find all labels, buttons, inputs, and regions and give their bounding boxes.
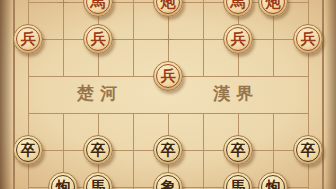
piece-character: 兵	[231, 31, 246, 46]
file-line	[203, 113, 204, 189]
piece-character: 卒	[161, 142, 176, 157]
piece-black-soldier[interactable]: 卒	[153, 135, 183, 165]
piece-character: 炮	[266, 0, 281, 9]
piece-character: 炮	[266, 179, 281, 189]
piece-character: 炮	[56, 179, 71, 189]
piece-character: 卒	[231, 142, 246, 157]
position-marker	[164, 35, 173, 44]
piece-red-cannon[interactable]: 炮	[258, 0, 288, 17]
position-marker	[59, 0, 68, 7]
piece-red-cannon[interactable]: 炮	[153, 0, 183, 17]
file-line	[133, 0, 134, 76]
piece-character: 馬	[231, 179, 246, 189]
piece-character: 炮	[161, 0, 176, 9]
xiangqi-board: 楚河 漢界 馬炮馬炮兵兵兵兵兵卒卒卒卒卒炮馬象馬炮	[0, 0, 336, 189]
piece-character: 卒	[301, 142, 316, 157]
file-line	[133, 113, 134, 189]
piece-character: 卒	[21, 142, 36, 157]
piece-red-soldier[interactable]: 兵	[223, 24, 253, 54]
piece-character: 兵	[21, 31, 36, 46]
piece-red-soldier[interactable]: 兵	[13, 24, 43, 54]
piece-character: 兵	[91, 31, 106, 46]
piece-black-cannon[interactable]: 炮	[48, 172, 78, 189]
piece-character: 兵	[301, 31, 316, 46]
piece-black-soldier[interactable]: 卒	[83, 135, 113, 165]
piece-black-cannon[interactable]: 炮	[258, 172, 288, 189]
file-line	[203, 0, 204, 76]
piece-red-soldier[interactable]: 兵	[83, 24, 113, 54]
river-label-left: 楚河	[68, 83, 132, 103]
board-border-right	[322, 0, 324, 189]
piece-character: 卒	[91, 142, 106, 157]
piece-black-horse[interactable]: 馬	[223, 172, 253, 189]
piece-black-elephant[interactable]: 象	[153, 172, 183, 189]
board-border-left	[13, 0, 15, 189]
piece-red-soldier[interactable]: 兵	[293, 24, 323, 54]
piece-black-soldier[interactable]: 卒	[223, 135, 253, 165]
piece-character: 馬	[91, 179, 106, 189]
river-label-right: 漢界	[204, 83, 268, 103]
piece-red-horse[interactable]: 馬	[223, 0, 253, 17]
piece-character: 馬	[231, 0, 246, 9]
piece-black-soldier[interactable]: 卒	[13, 135, 43, 165]
piece-character: 馬	[91, 0, 106, 9]
piece-character: 象	[161, 179, 176, 189]
piece-black-horse[interactable]: 馬	[83, 172, 113, 189]
piece-red-soldier[interactable]: 兵	[153, 61, 183, 91]
file-line	[63, 0, 64, 76]
piece-black-soldier[interactable]: 卒	[293, 135, 323, 165]
piece-character: 兵	[161, 68, 176, 83]
piece-red-horse[interactable]: 馬	[83, 0, 113, 17]
